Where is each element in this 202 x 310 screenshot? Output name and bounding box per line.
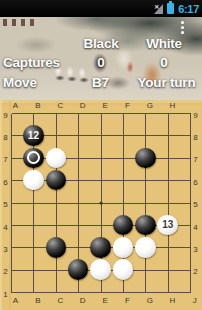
cell-F1[interactable] — [112, 281, 134, 303]
cell-D2[interactable] — [67, 259, 89, 281]
battery-icon — [167, 3, 174, 14]
black-stone-G4 — [135, 215, 156, 236]
painting-seal-calligraphy — [3, 19, 36, 26]
cell-J3[interactable] — [179, 236, 201, 258]
cell-C8[interactable] — [45, 124, 67, 146]
coord-bottom-C: C — [57, 297, 63, 305]
cell-D7[interactable] — [67, 147, 89, 169]
cell-G7[interactable] — [134, 147, 156, 169]
cell-H6[interactable] — [157, 169, 179, 191]
coord-right-9: 9 — [193, 112, 197, 120]
cell-D9[interactable] — [67, 102, 89, 124]
white-stone-E2 — [90, 259, 111, 280]
coord-top-B: B — [35, 102, 40, 110]
cell-D1[interactable] — [67, 281, 89, 303]
app-screen: 6:17 Black White Captures 0 0 Move B7 Yo… — [0, 0, 202, 310]
cell-E8[interactable] — [89, 124, 111, 146]
clock-text: 6:17 — [178, 3, 199, 15]
last-move-marker — [27, 151, 40, 164]
coord-left-4: 4 — [3, 224, 7, 232]
coord-left-1: 1 — [3, 291, 7, 299]
coord-left-6: 6 — [3, 179, 7, 187]
cell-H4[interactable]: 13 — [157, 214, 179, 236]
white-captures-value: 0 — [160, 55, 167, 70]
cell-F6[interactable] — [112, 169, 134, 191]
cell-J4[interactable] — [179, 214, 201, 236]
coord-top-F: F — [125, 102, 130, 110]
cell-G4[interactable] — [134, 214, 156, 236]
cell-J9[interactable] — [179, 102, 201, 124]
cell-E4[interactable] — [89, 214, 111, 236]
white-stone-F2 — [113, 259, 134, 280]
cell-J8[interactable] — [179, 124, 201, 146]
black-column-header: Black — [83, 36, 118, 51]
black-stone-B7 — [23, 148, 44, 169]
coord-top-E: E — [102, 102, 107, 110]
coord-right-2: 2 — [193, 268, 197, 276]
coord-right-4: 4 — [193, 224, 197, 232]
cell-C9[interactable] — [45, 102, 67, 124]
cell-J2[interactable] — [179, 259, 201, 281]
game-info-header: Black White Captures 0 0 Move B7 Your tu… — [0, 17, 202, 100]
cell-C6[interactable] — [45, 169, 67, 191]
cell-J1[interactable] — [179, 281, 201, 303]
coord-bottom-G: G — [147, 297, 153, 305]
cell-C7[interactable] — [45, 147, 67, 169]
coord-bottom-H: H — [169, 297, 175, 305]
cell-D3[interactable] — [67, 236, 89, 258]
cell-J5[interactable] — [179, 191, 201, 213]
cell-F8[interactable] — [112, 124, 134, 146]
cell-H7[interactable] — [157, 147, 179, 169]
black-captures-value: 0 — [97, 55, 104, 70]
coord-left-5: 5 — [3, 201, 7, 209]
cell-C1[interactable] — [45, 281, 67, 303]
black-stone-G7 — [135, 148, 156, 169]
cell-E7[interactable] — [89, 147, 111, 169]
cell-B2[interactable] — [22, 259, 44, 281]
coord-bottom-B: B — [35, 297, 40, 305]
cell-B5[interactable] — [22, 191, 44, 213]
cell-G6[interactable] — [134, 169, 156, 191]
coord-right-5: 5 — [193, 201, 197, 209]
coord-top-G: G — [147, 102, 153, 110]
cell-C2[interactable] — [45, 259, 67, 281]
cell-H5[interactable] — [157, 191, 179, 213]
coord-bottom-J: J — [193, 297, 197, 305]
cell-H8[interactable] — [157, 124, 179, 146]
cell-D8[interactable] — [67, 124, 89, 146]
black-stone-D2 — [68, 259, 89, 280]
white-stone-H4: 13 — [157, 215, 178, 236]
coord-right-7: 7 — [193, 156, 197, 164]
cell-J7[interactable] — [179, 147, 201, 169]
black-stone-B8: 12 — [23, 125, 44, 146]
cell-F7[interactable] — [112, 147, 134, 169]
black-stone-E3 — [90, 237, 111, 258]
white-column-header: White — [146, 36, 182, 51]
turn-indicator: Your turn — [138, 75, 196, 90]
cell-H1[interactable] — [157, 281, 179, 303]
cell-E9[interactable] — [89, 102, 111, 124]
white-stone-C7 — [46, 148, 67, 169]
cell-D5[interactable] — [67, 191, 89, 213]
coord-bottom-F: F — [125, 297, 130, 305]
coord-left-3: 3 — [3, 246, 7, 254]
coord-top-C: C — [57, 102, 63, 110]
coord-top-D: D — [80, 102, 86, 110]
coord-bottom-D: D — [80, 297, 86, 305]
cell-F2[interactable] — [112, 259, 134, 281]
white-stone-G3 — [135, 237, 156, 258]
move-row-label: Move — [3, 75, 37, 90]
cell-G8[interactable] — [134, 124, 156, 146]
last-move-value: B7 — [92, 75, 109, 90]
coord-top-H: H — [169, 102, 175, 110]
cell-E3[interactable] — [89, 236, 111, 258]
cell-B9[interactable] — [22, 102, 44, 124]
cell-J6[interactable] — [179, 169, 201, 191]
cell-E5[interactable] — [89, 191, 111, 213]
cell-B4[interactable] — [22, 214, 44, 236]
stones-grid: 1213 — [0, 102, 201, 304]
black-stone-F4 — [113, 215, 134, 236]
cell-H2[interactable] — [157, 259, 179, 281]
status-bar: 6:17 — [0, 0, 202, 17]
cell-C5[interactable] — [45, 191, 67, 213]
cell-B6[interactable] — [22, 169, 44, 191]
cell-E6[interactable] — [89, 169, 111, 191]
coord-left-2: 2 — [3, 268, 7, 276]
cell-C4[interactable] — [45, 214, 67, 236]
cell-G9[interactable] — [134, 102, 156, 124]
overflow-menu-icon[interactable] — [181, 21, 184, 24]
cell-D6[interactable] — [67, 169, 89, 191]
cell-B8[interactable]: 12 — [22, 124, 44, 146]
cell-F9[interactable] — [112, 102, 134, 124]
cell-B1[interactable] — [22, 281, 44, 303]
coord-left-8: 8 — [3, 134, 7, 142]
cell-G2[interactable] — [134, 259, 156, 281]
cell-B3[interactable] — [22, 236, 44, 258]
coord-top-A: A — [13, 102, 18, 110]
cell-D4[interactable] — [67, 214, 89, 236]
cell-G3[interactable] — [134, 236, 156, 258]
cell-F5[interactable] — [112, 191, 134, 213]
coord-bottom-E: E — [102, 297, 107, 305]
coord-left-9: 9 — [3, 112, 7, 120]
cell-F3[interactable] — [112, 236, 134, 258]
coord-bottom-A: A — [13, 297, 18, 305]
coord-left-7: 7 — [3, 156, 7, 164]
cell-B7[interactable] — [22, 147, 44, 169]
captures-row-label: Captures — [3, 55, 60, 70]
coord-right-6: 6 — [193, 179, 197, 187]
cell-H9[interactable] — [157, 102, 179, 124]
white-stone-B6 — [23, 170, 44, 191]
cell-G5[interactable] — [134, 191, 156, 213]
cell-E2[interactable] — [89, 259, 111, 281]
cell-G1[interactable] — [134, 281, 156, 303]
black-stone-C3 — [46, 237, 67, 258]
cell-H3[interactable] — [157, 236, 179, 258]
coord-right-3: 3 — [193, 246, 197, 254]
white-stone-F3 — [113, 237, 134, 258]
go-board[interactable]: 1213 ABCDEFGHABCDEFGHJ98765432198765432 — [0, 100, 202, 310]
signal-icon — [154, 4, 163, 14]
cell-E1[interactable] — [89, 281, 111, 303]
cell-F4[interactable] — [112, 214, 134, 236]
cell-C3[interactable] — [45, 236, 67, 258]
coord-right-8: 8 — [193, 134, 197, 142]
black-stone-C6 — [46, 170, 67, 191]
